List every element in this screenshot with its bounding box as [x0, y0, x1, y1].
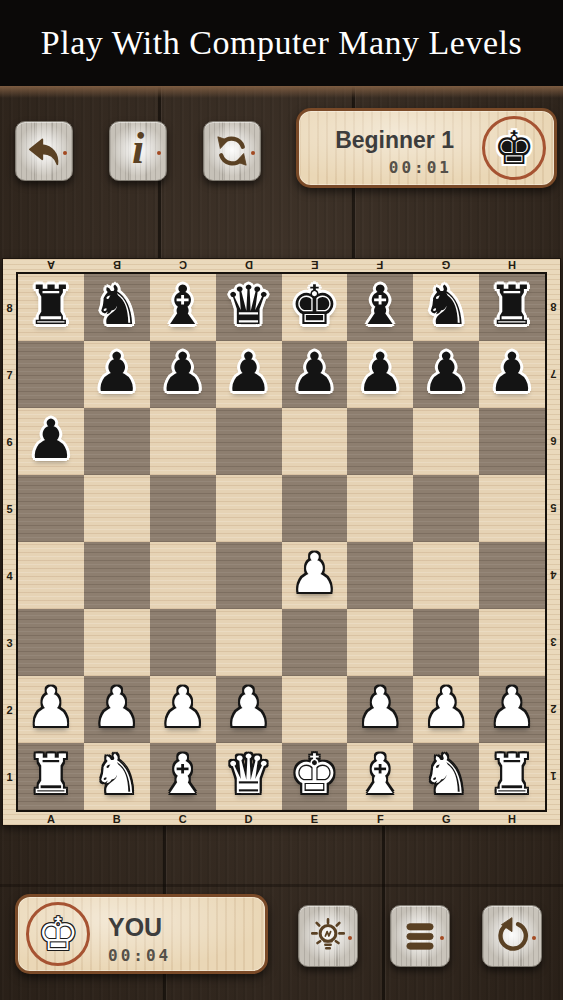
square-g5[interactable]	[413, 475, 479, 542]
coord-label: 4	[547, 542, 560, 609]
coord-label: E	[282, 259, 348, 272]
coord-label: B	[84, 259, 150, 272]
square-h8[interactable]: ♜	[479, 274, 545, 341]
square-h1[interactable]: ♜	[479, 743, 545, 810]
piece-black-king[interactable]: ♚	[290, 279, 338, 333]
info-icon: i	[132, 127, 144, 171]
piece-white-pawn[interactable]: ♟	[27, 681, 75, 735]
opponent-name: Beginner 1	[335, 127, 454, 154]
coord-label: D	[216, 812, 282, 825]
flip-board-button[interactable]	[203, 121, 261, 181]
square-f1[interactable]: ♝	[347, 743, 413, 810]
square-c1[interactable]: ♝	[150, 743, 216, 810]
square-b1[interactable]: ♞	[84, 743, 150, 810]
coord-label: 6	[3, 408, 16, 475]
coord-label: 1	[3, 743, 16, 810]
coord-label: 5	[547, 475, 560, 542]
piece-black-pawn[interactable]: ♟	[158, 346, 206, 400]
rotate-arrows-icon	[212, 131, 252, 171]
black-king-icon: ♚	[493, 125, 534, 171]
square-e2[interactable]	[282, 676, 348, 743]
square-d7[interactable]: ♟	[216, 341, 282, 408]
piece-black-pawn[interactable]: ♟	[93, 346, 141, 400]
coord-label: B	[84, 812, 150, 825]
piece-white-rook[interactable]: ♜	[27, 748, 75, 802]
square-b4[interactable]	[84, 542, 150, 609]
square-a8[interactable]: ♜	[18, 274, 84, 341]
coord-label: 7	[3, 341, 16, 408]
chess-board: ABCDEFGH ABCDEFGH 87654321 87654321 ♜♞♝♛…	[2, 258, 561, 826]
square-d1[interactable]: ♛	[216, 743, 282, 810]
square-a5[interactable]	[18, 475, 84, 542]
square-g2[interactable]: ♟	[413, 676, 479, 743]
square-d5[interactable]	[216, 475, 282, 542]
coord-label: 5	[3, 475, 16, 542]
opponent-panel: Beginner 1 00:01 ♚	[296, 108, 557, 188]
coord-label: G	[413, 259, 479, 272]
piece-white-pawn[interactable]: ♟	[224, 681, 272, 735]
square-f3[interactable]	[347, 609, 413, 676]
square-b2[interactable]: ♟	[84, 676, 150, 743]
square-c4[interactable]	[150, 542, 216, 609]
square-d6[interactable]	[216, 408, 282, 475]
square-b6[interactable]	[84, 408, 150, 475]
coord-label: 4	[3, 542, 16, 609]
coord-label: C	[150, 259, 216, 272]
square-b3[interactable]	[84, 609, 150, 676]
coord-label: 2	[547, 676, 560, 743]
square-h4[interactable]	[479, 542, 545, 609]
menu-button[interactable]	[390, 905, 450, 967]
coord-label: D	[216, 259, 282, 272]
square-e4[interactable]: ♟	[282, 542, 348, 609]
lightbulb-icon	[307, 915, 349, 957]
piece-black-rook[interactable]: ♜	[488, 279, 536, 333]
coord-label: 3	[3, 609, 16, 676]
coord-label: A	[18, 812, 84, 825]
piece-black-pawn[interactable]: ♟	[356, 346, 404, 400]
piece-white-king[interactable]: ♚	[290, 748, 338, 802]
coord-label: C	[150, 812, 216, 825]
square-h5[interactable]	[479, 475, 545, 542]
coord-label: 1	[547, 743, 560, 810]
square-f5[interactable]	[347, 475, 413, 542]
square-e6[interactable]	[282, 408, 348, 475]
square-a6[interactable]: ♟	[18, 408, 84, 475]
piece-white-pawn[interactable]: ♟	[93, 681, 141, 735]
square-e5[interactable]	[282, 475, 348, 542]
piece-white-bishop[interactable]: ♝	[158, 748, 206, 802]
wood-plank-edge	[0, 884, 563, 887]
square-h6[interactable]	[479, 408, 545, 475]
coord-label: 8	[3, 274, 16, 341]
piece-white-pawn[interactable]: ♟	[290, 547, 338, 601]
coord-label: H	[479, 812, 545, 825]
rank-labels-left: 87654321	[3, 274, 16, 810]
square-g7[interactable]: ♟	[413, 341, 479, 408]
hint-button[interactable]	[298, 905, 358, 967]
hamburger-icon	[399, 915, 441, 957]
rank-labels-right: 87654321	[547, 274, 560, 810]
undo-arrow-icon	[491, 915, 533, 957]
square-a2[interactable]: ♟	[18, 676, 84, 743]
file-labels-bottom: ABCDEFGH	[18, 812, 545, 825]
square-g3[interactable]	[413, 609, 479, 676]
back-button[interactable]	[15, 121, 73, 181]
coord-label: F	[347, 259, 413, 272]
title-bar: Play With Computer Many Levels	[0, 0, 563, 86]
coord-label: 6	[547, 408, 560, 475]
wood-plank-edge	[0, 86, 563, 98]
piece-black-pawn[interactable]: ♟	[488, 346, 536, 400]
piece-white-bishop[interactable]: ♝	[356, 748, 404, 802]
square-a4[interactable]	[18, 542, 84, 609]
square-c2[interactable]: ♟	[150, 676, 216, 743]
opponent-color-badge: ♚	[482, 116, 546, 180]
square-a1[interactable]: ♜	[18, 743, 84, 810]
file-labels-top: ABCDEFGH	[18, 259, 545, 272]
coord-label: H	[479, 259, 545, 272]
player-name: YOU	[108, 913, 162, 942]
square-e7[interactable]: ♟	[282, 341, 348, 408]
square-f6[interactable]	[347, 408, 413, 475]
square-g6[interactable]	[413, 408, 479, 475]
piece-white-knight[interactable]: ♞	[422, 748, 470, 802]
piece-black-knight[interactable]: ♞	[93, 279, 141, 333]
square-f4[interactable]	[347, 542, 413, 609]
piece-black-pawn[interactable]: ♟	[27, 413, 75, 467]
piece-black-rook[interactable]: ♜	[27, 279, 75, 333]
opponent-clock: 00:01	[389, 158, 452, 177]
piece-black-pawn[interactable]: ♟	[224, 346, 272, 400]
square-g4[interactable]	[413, 542, 479, 609]
square-b8[interactable]: ♞	[84, 274, 150, 341]
square-h7[interactable]: ♟	[479, 341, 545, 408]
square-c7[interactable]: ♟	[150, 341, 216, 408]
board-grid: ♜♞♝♛♚♝♞♜♟♟♟♟♟♟♟♟♟♟♟♟♟♟♟♟♜♞♝♛♚♝♞♜	[16, 272, 547, 812]
info-button[interactable]: i	[109, 121, 167, 181]
piece-black-queen[interactable]: ♛	[224, 279, 272, 333]
piece-black-knight[interactable]: ♞	[422, 279, 470, 333]
coord-label: F	[347, 812, 413, 825]
white-king-icon: ♚	[37, 911, 78, 957]
square-c8[interactable]: ♝	[150, 274, 216, 341]
wood-seam	[382, 826, 385, 1000]
piece-white-pawn[interactable]: ♟	[158, 681, 206, 735]
coord-label: G	[413, 812, 479, 825]
square-e1[interactable]: ♚	[282, 743, 348, 810]
page-title: Play With Computer Many Levels	[41, 24, 522, 62]
square-e3[interactable]	[282, 609, 348, 676]
piece-black-pawn[interactable]: ♟	[422, 346, 470, 400]
square-d4[interactable]	[216, 542, 282, 609]
coord-label: 8	[547, 274, 560, 341]
square-g8[interactable]: ♞	[413, 274, 479, 341]
square-h3[interactable]	[479, 609, 545, 676]
undo-button[interactable]	[482, 905, 542, 967]
coord-label: 3	[547, 609, 560, 676]
square-f2[interactable]: ♟	[347, 676, 413, 743]
piece-white-pawn[interactable]: ♟	[488, 681, 536, 735]
coord-label: A	[18, 259, 84, 272]
coord-label: E	[282, 812, 348, 825]
square-d2[interactable]: ♟	[216, 676, 282, 743]
player-clock: 00:04	[108, 946, 171, 965]
square-d8[interactable]: ♛	[216, 274, 282, 341]
square-c3[interactable]	[150, 609, 216, 676]
square-d3[interactable]	[216, 609, 282, 676]
square-f8[interactable]: ♝	[347, 274, 413, 341]
piece-black-pawn[interactable]: ♟	[290, 346, 338, 400]
piece-white-rook[interactable]: ♜	[488, 748, 536, 802]
player-panel: ♚ YOU 00:04	[15, 894, 268, 974]
square-e8[interactable]: ♚	[282, 274, 348, 341]
coord-label: 2	[3, 676, 16, 743]
square-b5[interactable]	[84, 475, 150, 542]
piece-black-bishop[interactable]: ♝	[158, 279, 206, 333]
piece-white-knight[interactable]: ♞	[93, 748, 141, 802]
back-arrow-icon	[24, 131, 64, 171]
piece-white-pawn[interactable]: ♟	[422, 681, 470, 735]
square-a3[interactable]	[18, 609, 84, 676]
player-color-badge: ♚	[26, 902, 90, 966]
piece-black-bishop[interactable]: ♝	[356, 279, 404, 333]
square-c6[interactable]	[150, 408, 216, 475]
square-b7[interactable]: ♟	[84, 341, 150, 408]
square-a7[interactable]	[18, 341, 84, 408]
square-c5[interactable]	[150, 475, 216, 542]
square-g1[interactable]: ♞	[413, 743, 479, 810]
square-h2[interactable]: ♟	[479, 676, 545, 743]
square-f7[interactable]: ♟	[347, 341, 413, 408]
piece-white-queen[interactable]: ♛	[224, 748, 272, 802]
piece-white-pawn[interactable]: ♟	[356, 681, 404, 735]
coord-label: 7	[547, 341, 560, 408]
